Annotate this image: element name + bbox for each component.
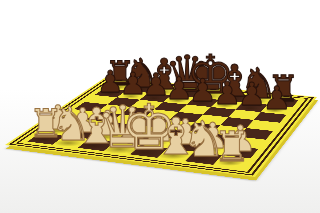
square-h1[interactable] — [213, 155, 250, 168]
chess-set-photo: ♜♞♝♛♚♝♞♜♟♟♟♟♟♟♟♟♟♟♟♟♟♟♟♟♜♞♝♛♚♝♞♜ — [0, 0, 320, 213]
